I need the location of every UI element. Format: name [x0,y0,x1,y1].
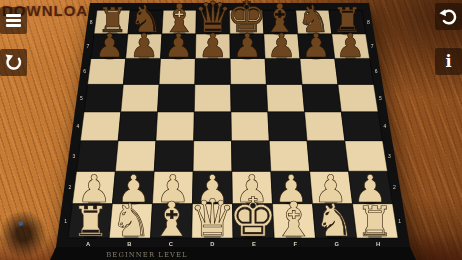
rank-label-right-1: 1 [398,218,401,224]
piece-black-pawn-g7[interactable]: ♟ [301,26,331,65]
rank-label-left-5: 5 [80,95,83,101]
rank-label-right-6: 6 [375,68,378,74]
rank-label-left-8: 8 [90,19,93,25]
piece-black-pawn-d7[interactable]: ♟ [198,26,228,65]
square-a5[interactable] [84,84,123,111]
square-g4[interactable] [305,112,345,141]
square-h5[interactable] [338,84,378,111]
piece-white-rook-h1[interactable]: ♜ [356,197,393,246]
level-label: BEGINNER LEVEL [106,251,187,259]
piece-white-king-e1[interactable]: ♚ [229,186,278,249]
square-e4[interactable] [231,112,269,141]
square-a4[interactable] [80,112,120,141]
undo-button[interactable] [435,3,462,30]
square-e5[interactable] [231,84,268,111]
rank-label-right-5: 5 [379,95,382,101]
piece-black-pawn-h7[interactable]: ♟ [336,26,366,65]
rank-label-right-4: 4 [383,123,386,129]
rank-label-left-2: 2 [69,184,72,190]
piece-black-pawn-a7[interactable]: ♟ [95,26,125,65]
square-b5[interactable] [121,84,159,111]
piece-white-bishop-c1[interactable]: ♝ [150,192,193,247]
square-g5[interactable] [302,84,341,111]
info-icon: i [445,54,451,70]
chess-board[interactable]: ABCDEFGH1122334455667788BEGINNER LEVEL♜♞… [0,0,462,260]
piece-white-bishop-f1[interactable]: ♝ [272,192,315,247]
square-c5[interactable] [158,84,195,111]
square-c4[interactable] [156,112,194,141]
rank-label-right-7: 7 [371,43,374,49]
rank-label-right-8: 8 [367,19,370,25]
info-button[interactable]: i [435,48,462,75]
square-d5[interactable] [194,84,231,111]
rank-label-left-1: 1 [64,218,67,224]
square-f5[interactable] [266,84,304,111]
rotate-icon [4,53,23,72]
piece-black-pawn-f7[interactable]: ♟ [267,26,297,65]
piece-white-rook-a1[interactable]: ♜ [72,197,109,246]
piece-black-pawn-c7[interactable]: ♟ [164,26,194,65]
square-b4[interactable] [118,112,157,141]
menu-button[interactable] [0,7,27,34]
square-h4[interactable] [341,112,382,141]
piece-black-pawn-b7[interactable]: ♟ [129,26,159,65]
rotate-reset-button[interactable] [0,49,27,76]
square-f4[interactable] [268,112,307,141]
chess-board-render: ABCDEFGH1122334455667788BEGINNER LEVEL♜♞… [0,0,462,260]
rank-label-right-2: 2 [393,184,396,190]
rank-label-left-7: 7 [87,43,90,49]
undo-arrow-icon [439,7,458,26]
piece-white-knight-b1[interactable]: ♞ [111,194,152,247]
hamburger-icon [6,14,21,26]
rank-label-right-3: 3 [388,153,391,159]
rank-label-left-4: 4 [76,123,79,129]
square-d4[interactable] [194,112,232,141]
piece-black-pawn-e7[interactable]: ♟ [232,26,262,65]
rank-label-left-3: 3 [73,153,76,159]
rank-label-left-6: 6 [83,68,86,74]
piece-white-knight-g1[interactable]: ♞ [314,194,355,247]
